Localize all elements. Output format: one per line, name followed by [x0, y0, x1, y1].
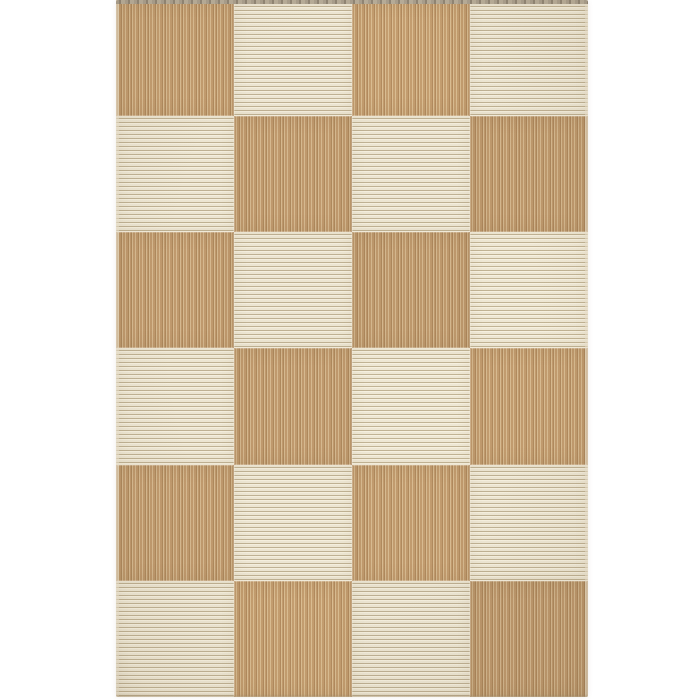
rug-left-selvage — [116, 0, 119, 697]
board-cell-r2c4 — [470, 116, 588, 232]
board-cell-r4c4 — [470, 348, 588, 464]
rug-top-binding — [116, 0, 588, 4]
board-cell-r3c3 — [352, 232, 470, 348]
board-cell-r4c2 — [234, 348, 352, 464]
board-cell-r1c4 — [470, 0, 588, 116]
photo-stage — [0, 0, 700, 700]
board-cell-r5c4 — [470, 465, 588, 581]
board-cell-r6c3 — [352, 581, 470, 697]
board-cell-r3c2 — [234, 232, 352, 348]
board-cell-r5c1 — [116, 465, 234, 581]
board-cell-r1c3 — [352, 0, 470, 116]
board-cell-r2c1 — [116, 116, 234, 232]
board-cell-r1c1 — [116, 0, 234, 116]
board-cell-r2c2 — [234, 116, 352, 232]
board-cell-r6c1 — [116, 581, 234, 697]
board-cell-r5c2 — [234, 465, 352, 581]
board-cell-r4c1 — [116, 348, 234, 464]
board-grid — [116, 0, 588, 697]
rug-right-selvage — [585, 0, 588, 697]
board-cell-r6c4 — [470, 581, 588, 697]
board-cell-r6c2 — [234, 581, 352, 697]
board-cell-r2c3 — [352, 116, 470, 232]
rug-bottom-edge — [116, 694, 588, 697]
board-cell-r4c3 — [352, 348, 470, 464]
board-cell-r3c1 — [116, 232, 234, 348]
board-cell-r5c3 — [352, 465, 470, 581]
board-cell-r3c4 — [470, 232, 588, 348]
board-cell-r1c2 — [234, 0, 352, 116]
rug-board — [116, 0, 588, 697]
